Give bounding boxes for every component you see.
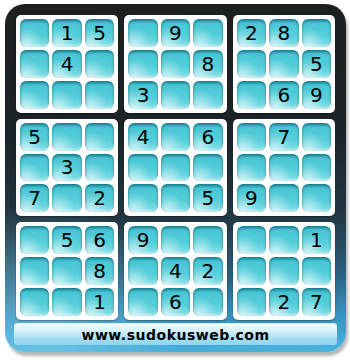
cell-r6c3: 2: [85, 184, 114, 212]
cell-r2c2: 4: [52, 50, 81, 78]
cell-r5c5[interactable]: [161, 154, 190, 182]
cell-r5c8[interactable]: [269, 154, 298, 182]
cell-r2c1[interactable]: [20, 50, 49, 78]
cell-r9c2[interactable]: [52, 288, 81, 316]
cell-r7c6[interactable]: [193, 226, 222, 254]
box-9: 127: [233, 222, 335, 320]
box-2: 983: [124, 15, 226, 113]
cell-r7c9: 1: [302, 226, 331, 254]
cell-r3c4: 3: [128, 81, 157, 109]
cell-r1c2: 1: [52, 19, 81, 47]
box-3: 28569: [233, 15, 335, 113]
cell-r4c5[interactable]: [161, 123, 190, 151]
cell-r6c9[interactable]: [302, 184, 331, 212]
cell-r9c6[interactable]: [193, 288, 222, 316]
footer-link[interactable]: www.sudokusweb.com: [81, 327, 269, 343]
cell-r1c7: 2: [237, 19, 266, 47]
cell-r3c7[interactable]: [237, 81, 266, 109]
cell-r5c4[interactable]: [128, 154, 157, 182]
cell-r3c8: 6: [269, 81, 298, 109]
box-8: 9426: [124, 222, 226, 320]
cell-r1c5: 9: [161, 19, 190, 47]
cell-r8c8[interactable]: [269, 257, 298, 285]
cell-r9c5: 6: [161, 288, 190, 316]
cell-r9c8: 2: [269, 288, 298, 316]
cell-r5c9[interactable]: [302, 154, 331, 182]
cell-r2c6: 8: [193, 50, 222, 78]
sudoku-board: 1549832856953724657956819426127: [16, 15, 335, 320]
cell-r4c8: 7: [269, 123, 298, 151]
cell-r5c7[interactable]: [237, 154, 266, 182]
cell-r2c8[interactable]: [269, 50, 298, 78]
cell-r7c4: 9: [128, 226, 157, 254]
cell-r3c9: 9: [302, 81, 331, 109]
cell-r1c1[interactable]: [20, 19, 49, 47]
cell-r7c7[interactable]: [237, 226, 266, 254]
cell-r1c6[interactable]: [193, 19, 222, 47]
cell-r3c6[interactable]: [193, 81, 222, 109]
cell-r5c2: 3: [52, 154, 81, 182]
cell-r9c9: 7: [302, 288, 331, 316]
box-4: 5372: [16, 119, 118, 217]
cell-r8c7[interactable]: [237, 257, 266, 285]
board-frame: 1549832856953724657956819426127 www.sudo…: [5, 4, 346, 352]
cell-r1c9[interactable]: [302, 19, 331, 47]
cell-r4c2[interactable]: [52, 123, 81, 151]
cell-r9c3: 1: [85, 288, 114, 316]
cell-r7c2: 5: [52, 226, 81, 254]
cell-r5c6[interactable]: [193, 154, 222, 182]
cell-r4c3[interactable]: [85, 123, 114, 151]
cell-r6c8[interactable]: [269, 184, 298, 212]
cell-r9c7[interactable]: [237, 288, 266, 316]
cell-r9c4[interactable]: [128, 288, 157, 316]
cell-r4c6: 6: [193, 123, 222, 151]
cell-r8c4[interactable]: [128, 257, 157, 285]
cell-r3c1[interactable]: [20, 81, 49, 109]
footer-band: www.sudokusweb.com: [14, 324, 337, 345]
cell-r4c1: 5: [20, 123, 49, 151]
cell-r7c8[interactable]: [269, 226, 298, 254]
cell-r7c5[interactable]: [161, 226, 190, 254]
cell-r2c9: 5: [302, 50, 331, 78]
cell-r1c4[interactable]: [128, 19, 157, 47]
cell-r5c1[interactable]: [20, 154, 49, 182]
cell-r3c3[interactable]: [85, 81, 114, 109]
cell-r4c9[interactable]: [302, 123, 331, 151]
cell-r2c3[interactable]: [85, 50, 114, 78]
cell-r5c3[interactable]: [85, 154, 114, 182]
cell-r8c2[interactable]: [52, 257, 81, 285]
cell-r3c2[interactable]: [52, 81, 81, 109]
cell-r8c9[interactable]: [302, 257, 331, 285]
cell-r7c1[interactable]: [20, 226, 49, 254]
cell-r4c7[interactable]: [237, 123, 266, 151]
cell-r6c6: 5: [193, 184, 222, 212]
cell-r6c7: 9: [237, 184, 266, 212]
cell-r9c1[interactable]: [20, 288, 49, 316]
cell-r8c5: 4: [161, 257, 190, 285]
cell-r8c3: 8: [85, 257, 114, 285]
cell-r2c4[interactable]: [128, 50, 157, 78]
cell-r8c1[interactable]: [20, 257, 49, 285]
box-1: 154: [16, 15, 118, 113]
cell-r7c3: 6: [85, 226, 114, 254]
cell-r2c7[interactable]: [237, 50, 266, 78]
cell-r6c1: 7: [20, 184, 49, 212]
cell-r6c4[interactable]: [128, 184, 157, 212]
cell-r3c5[interactable]: [161, 81, 190, 109]
cell-r6c2[interactable]: [52, 184, 81, 212]
cell-r1c3: 5: [85, 19, 114, 47]
cell-r6c5[interactable]: [161, 184, 190, 212]
cell-r1c8: 8: [269, 19, 298, 47]
box-6: 79: [233, 119, 335, 217]
cell-r2c5[interactable]: [161, 50, 190, 78]
box-5: 465: [124, 119, 226, 217]
box-7: 5681: [16, 222, 118, 320]
cell-r8c6: 2: [193, 257, 222, 285]
cell-r4c4: 4: [128, 123, 157, 151]
